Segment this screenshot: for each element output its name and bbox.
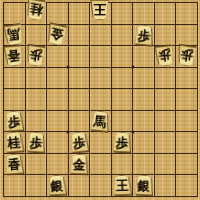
board-cell[interactable]	[132, 110, 154, 132]
board-cell[interactable]: 馬	[3, 24, 25, 46]
board-cell[interactable]	[68, 110, 90, 132]
piece-sente-pawn[interactable]: 歩	[26, 132, 46, 153]
board-cell[interactable]	[89, 45, 111, 67]
board-cell[interactable]: 桂	[3, 131, 25, 153]
piece-sente-pawn[interactable]: 歩	[133, 24, 154, 46]
board-cell[interactable]	[132, 131, 154, 153]
board-cell[interactable]	[154, 153, 176, 175]
piece-sente-knight[interactable]: 桂	[4, 131, 25, 153]
board-cell[interactable]	[154, 24, 176, 46]
piece-gote-king[interactable]: 王	[91, 0, 110, 20]
piece-tile: 歩	[4, 110, 24, 131]
piece-gote-knight[interactable]: 桂	[25, 0, 47, 22]
board-cell[interactable]: 金	[68, 153, 90, 175]
board-cell[interactable]	[89, 24, 111, 46]
board-cell[interactable]: 王	[111, 174, 133, 196]
board-cell[interactable]	[25, 24, 47, 46]
board-cell[interactable]	[25, 174, 47, 196]
piece-kanji: 歩	[137, 29, 151, 43]
hoshi-star-point	[67, 65, 70, 68]
shogi-app-screenshot: 桂王馬金歩香歩歩歩歩馬桂歩歩歩香金銀王銀	[0, 0, 200, 200]
piece-kanji: 銀	[137, 180, 150, 193]
board-cell[interactable]	[25, 88, 47, 110]
board-cell[interactable]	[25, 67, 47, 89]
board-cell[interactable]	[175, 153, 197, 175]
piece-tile: 桂	[25, 0, 47, 22]
piece-tile: 馬	[90, 110, 111, 132]
board-cell[interactable]: 歩	[25, 131, 47, 153]
board-cell[interactable]	[111, 24, 133, 46]
piece-tile: 馬	[3, 24, 25, 46]
board-cell[interactable]: 歩	[3, 110, 25, 132]
piece-kanji: 王	[116, 180, 129, 193]
piece-tile: 銀	[47, 175, 67, 196]
board-cell[interactable]	[154, 174, 176, 196]
piece-tile: 歩	[25, 45, 47, 67]
piece-tile: 歩	[26, 132, 46, 153]
piece-tile: 歩	[68, 131, 89, 153]
shogi-board: 桂王馬金歩香歩歩歩歩馬桂歩歩歩香金銀王銀	[3, 2, 198, 197]
board-cell[interactable]	[46, 131, 68, 153]
piece-tile: 金	[46, 23, 69, 47]
piece-sente-lance[interactable]: 香	[4, 153, 24, 174]
board-cell[interactable]: 香	[3, 45, 25, 67]
piece-gote-pawn[interactable]: 歩	[176, 45, 198, 67]
hoshi-star-point	[132, 65, 135, 68]
piece-kanji: 馬	[7, 27, 21, 41]
board-cell[interactable]	[154, 110, 176, 132]
board-cell[interactable]	[68, 88, 90, 110]
piece-kanji: 金	[72, 158, 85, 171]
piece-sente-gold[interactable]: 金	[69, 153, 89, 174]
piece-tile: 香	[4, 45, 25, 67]
board-cell[interactable]: 王	[89, 2, 111, 24]
piece-kanji: 歩	[29, 48, 43, 62]
piece-kanji: 歩	[29, 137, 42, 150]
board-cell[interactable]	[46, 2, 68, 24]
board-cell[interactable]	[89, 67, 111, 89]
board-cell[interactable]	[132, 67, 154, 89]
board-cell[interactable]	[3, 67, 25, 89]
board-cell[interactable]	[132, 45, 154, 67]
piece-sente-silver[interactable]: 銀	[47, 175, 67, 196]
board-cell[interactable]	[111, 2, 133, 24]
board-cell[interactable]	[154, 131, 176, 153]
board-cell[interactable]	[89, 174, 111, 196]
board-cell[interactable]	[46, 153, 68, 175]
piece-sente-pawn[interactable]: 歩	[4, 110, 24, 131]
piece-kanji: 王	[94, 3, 107, 16]
board-cell[interactable]: 歩	[68, 131, 90, 153]
board-cell[interactable]	[3, 174, 25, 196]
piece-tile: 歩	[133, 24, 154, 46]
board-cell[interactable]: 歩	[111, 131, 133, 153]
board-cell[interactable]: 金	[46, 24, 68, 46]
board-cell[interactable]	[46, 67, 68, 89]
piece-sente-pawn[interactable]: 歩	[68, 131, 89, 153]
board-cell[interactable]	[132, 88, 154, 110]
piece-gote-pawn[interactable]: 歩	[25, 45, 47, 67]
piece-kanji: 歩	[115, 137, 128, 150]
board-cell[interactable]	[89, 88, 111, 110]
board-cell[interactable]	[25, 110, 47, 132]
piece-tile: 香	[4, 153, 24, 174]
piece-tile: 歩	[176, 45, 198, 67]
piece-sente-king[interactable]: 王	[112, 175, 132, 196]
board-cell[interactable]	[175, 2, 197, 24]
board-cell[interactable]	[154, 88, 176, 110]
board-cell[interactable]	[68, 24, 90, 46]
piece-tile: 銀	[134, 175, 154, 196]
piece-kanji: 香	[8, 158, 21, 171]
piece-kanji: 歩	[72, 136, 86, 150]
piece-tile: 歩	[155, 45, 176, 67]
piece-kanji: 歩	[158, 48, 172, 62]
board-cell[interactable]	[46, 45, 68, 67]
board-cell[interactable]	[111, 88, 133, 110]
board-cell[interactable]: 銀	[132, 174, 154, 196]
board-cell[interactable]: 銀	[46, 174, 68, 196]
board-cell[interactable]	[175, 88, 197, 110]
board-cell[interactable]: 歩	[154, 45, 176, 67]
piece-tile: 歩	[112, 132, 132, 153]
board-cell[interactable]: 歩	[25, 45, 47, 67]
piece-kanji: 香	[7, 48, 21, 62]
board-cell[interactable]	[68, 2, 90, 24]
board-cell[interactable]	[46, 88, 68, 110]
board-cell[interactable]: 馬	[89, 110, 111, 132]
board-cell[interactable]	[25, 153, 47, 175]
piece-gote-gold[interactable]: 金	[46, 23, 69, 47]
board-cell[interactable]	[68, 174, 90, 196]
board-cell[interactable]	[111, 67, 133, 89]
piece-kanji: 桂	[8, 136, 22, 150]
piece-gote-promoted-bishop[interactable]: 馬	[3, 24, 25, 46]
piece-sente-promoted-bishop[interactable]: 馬	[90, 110, 111, 132]
piece-sente-pawn[interactable]: 歩	[112, 132, 132, 153]
board-cell[interactable]	[154, 67, 176, 89]
piece-tile: 桂	[4, 131, 25, 153]
board-cell[interactable]	[175, 24, 197, 46]
board-cell[interactable]	[89, 131, 111, 153]
piece-kanji: 銀	[51, 180, 64, 193]
board-cell[interactable]	[111, 110, 133, 132]
board-cell[interactable]	[111, 45, 133, 67]
board-cell[interactable]	[175, 67, 197, 89]
board-cell[interactable]: 桂	[25, 2, 47, 24]
board-cell[interactable]	[175, 131, 197, 153]
piece-tile: 王	[112, 175, 132, 196]
piece-tile: 王	[91, 0, 110, 20]
piece-gote-pawn[interactable]: 歩	[155, 45, 176, 67]
piece-gote-lance[interactable]: 香	[4, 45, 25, 67]
piece-tile: 金	[69, 153, 89, 174]
board-cell[interactable]	[154, 2, 176, 24]
piece-kanji: 桂	[29, 2, 43, 16]
board-cell[interactable]	[89, 153, 111, 175]
board-cell[interactable]	[132, 2, 154, 24]
board-cell[interactable]	[46, 110, 68, 132]
board-cell[interactable]: 歩	[175, 45, 197, 67]
piece-kanji: 歩	[8, 115, 21, 128]
board-cell[interactable]	[175, 110, 197, 132]
board-cell[interactable]: 香	[3, 153, 25, 175]
board-cell[interactable]	[132, 153, 154, 175]
board-cell[interactable]	[3, 88, 25, 110]
board-cell[interactable]	[111, 153, 133, 175]
board-cell[interactable]	[3, 2, 25, 24]
board-cell[interactable]	[175, 174, 197, 196]
board-cell[interactable]	[68, 67, 90, 89]
board-cell[interactable]: 歩	[132, 24, 154, 46]
piece-kanji: 馬	[94, 115, 108, 129]
piece-kanji: 金	[50, 26, 65, 41]
piece-sente-silver[interactable]: 銀	[134, 175, 154, 196]
piece-kanji: 歩	[180, 48, 194, 62]
board-cell[interactable]	[68, 45, 90, 67]
